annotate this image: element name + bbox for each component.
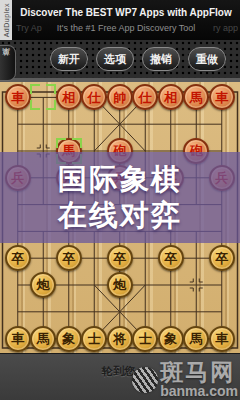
board-cell[interactable]: 車: [5, 84, 31, 111]
xiangqi-board: 車相仕帥仕相馬車馬砲砲兵兵兵兵兵卒卒卒卒卒炮炮車馬象士将士象馬車 国际象棋 在线…: [0, 82, 240, 353]
board-cell[interactable]: [82, 245, 108, 272]
board-cell[interactable]: 仕: [133, 84, 159, 111]
piece-red[interactable]: 相: [56, 84, 82, 110]
board-cell[interactable]: [82, 298, 108, 325]
board-cell[interactable]: [158, 272, 184, 299]
board-cell[interactable]: 馬: [184, 84, 210, 111]
zebra-logo-icon: [132, 367, 158, 393]
adduplex-label: AdDuplex: [0, 0, 12, 40]
board-cell[interactable]: 車: [5, 325, 31, 352]
board-cell[interactable]: 士: [82, 325, 108, 352]
board-cell[interactable]: [107, 298, 133, 325]
piece-black[interactable]: 炮: [30, 272, 56, 298]
board-cell[interactable]: [158, 298, 184, 325]
board-cell[interactable]: 帥: [107, 84, 133, 111]
menu-tab[interactable]: 菜单: [0, 45, 16, 81]
board-cell[interactable]: [158, 111, 184, 138]
piece-black[interactable]: 炮: [107, 272, 133, 298]
piece-red[interactable]: 相: [158, 84, 184, 110]
board-cell[interactable]: [31, 245, 57, 272]
options-button[interactable]: 选项: [96, 47, 134, 71]
board-cell[interactable]: [82, 111, 108, 138]
piece-red[interactable]: 仕: [132, 84, 158, 110]
board-cell[interactable]: [209, 298, 235, 325]
toolbar: 菜单 新开 选项 撤销 重做: [0, 40, 240, 78]
piece-black[interactable]: 車: [5, 326, 31, 352]
piece-black[interactable]: 将: [107, 326, 133, 352]
board-cell[interactable]: [5, 111, 31, 138]
board-cell[interactable]: [56, 111, 82, 138]
board-cell[interactable]: [31, 111, 57, 138]
ad-ghost-text-right: ry app: [213, 23, 238, 33]
board-cell[interactable]: [56, 298, 82, 325]
ad-text-block: Discover The BEST WP7 Apps with AppFlow …: [12, 0, 240, 40]
promo-overlay: 国际象棋 在线对弈: [0, 152, 240, 243]
promo-line-1: 国际象棋: [58, 163, 182, 196]
board-cell[interactable]: [82, 272, 108, 299]
board-cell[interactable]: [184, 272, 210, 299]
board-cell[interactable]: [209, 272, 235, 299]
adduplex-text: AdDuplex: [3, 3, 10, 37]
piece-red[interactable]: 仕: [81, 84, 107, 110]
piece-black[interactable]: 馬: [183, 326, 209, 352]
board-cell[interactable]: [133, 245, 159, 272]
board-cell[interactable]: 象: [158, 325, 184, 352]
app-screen: AdDuplex Discover The BEST WP7 Apps with…: [0, 0, 240, 400]
board-cell[interactable]: 卒: [209, 245, 235, 272]
watermark-domain: banma.com: [160, 384, 238, 398]
board-cell[interactable]: [5, 272, 31, 299]
piece-black[interactable]: 馬: [30, 326, 56, 352]
piece-red[interactable]: 帥: [107, 84, 133, 110]
board-cell[interactable]: 馬: [31, 325, 57, 352]
piece-red[interactable]: 馬: [183, 84, 209, 110]
board-cell[interactable]: 炮: [31, 272, 57, 299]
piece-black[interactable]: 象: [56, 326, 82, 352]
board-cell[interactable]: [133, 111, 159, 138]
piece-black[interactable]: 卒: [5, 245, 31, 271]
ad-banner[interactable]: AdDuplex Discover The BEST WP7 Apps with…: [0, 0, 240, 40]
board-cell[interactable]: [56, 272, 82, 299]
piece-black[interactable]: 象: [158, 326, 184, 352]
piece-black[interactable]: 卒: [107, 245, 133, 271]
undo-button[interactable]: 撤销: [142, 47, 180, 71]
redo-button[interactable]: 重做: [188, 47, 226, 71]
board-cell[interactable]: [133, 298, 159, 325]
new-game-button[interactable]: 新开: [50, 47, 88, 71]
piece-black[interactable]: 卒: [56, 245, 82, 271]
status-bar: 轮到您. 斑马网 banma.com: [0, 353, 240, 400]
board-cell[interactable]: 車: [209, 84, 235, 111]
piece-red[interactable]: 車: [209, 84, 235, 110]
board-cell[interactable]: [184, 298, 210, 325]
piece-black[interactable]: 士: [81, 326, 107, 352]
board-cell[interactable]: 仕: [82, 84, 108, 111]
board-cell[interactable]: 士: [133, 325, 159, 352]
board-cell[interactable]: 卒: [5, 245, 31, 272]
board-cell[interactable]: [31, 84, 57, 111]
piece-black[interactable]: 士: [132, 326, 158, 352]
board-cell[interactable]: [184, 111, 210, 138]
board-cell[interactable]: 馬: [184, 325, 210, 352]
piece-black[interactable]: 卒: [158, 245, 184, 271]
piece-black[interactable]: 車: [209, 326, 235, 352]
board-cell[interactable]: 相: [158, 84, 184, 111]
watermark-site-name: 斑马网: [160, 361, 235, 384]
board-cell[interactable]: [5, 298, 31, 325]
board-cell[interactable]: 卒: [158, 245, 184, 272]
board-cell[interactable]: 卒: [107, 245, 133, 272]
board-cell[interactable]: [133, 272, 159, 299]
promo-line-2: 在线对弈: [58, 199, 182, 232]
board-cell[interactable]: 相: [56, 84, 82, 111]
watermark: 斑马网 banma.com: [132, 361, 238, 398]
board-cell[interactable]: 卒: [56, 245, 82, 272]
board-cell[interactable]: 将: [107, 325, 133, 352]
piece-black[interactable]: 卒: [209, 245, 235, 271]
ad-headline: Discover The BEST WP7 Apps with AppFlow: [12, 7, 240, 18]
ad-subline: It's the #1 Free App Discovery Tool: [12, 23, 240, 33]
board-cell[interactable]: [184, 245, 210, 272]
board-cell[interactable]: 車: [209, 325, 235, 352]
board-cell[interactable]: 炮: [107, 272, 133, 299]
board-cell[interactable]: [209, 111, 235, 138]
piece-red[interactable]: 車: [5, 84, 31, 110]
board-cell[interactable]: [31, 298, 57, 325]
board-cell[interactable]: [107, 111, 133, 138]
board-cell[interactable]: 象: [56, 325, 82, 352]
last-move-from-marker: [30, 84, 56, 110]
